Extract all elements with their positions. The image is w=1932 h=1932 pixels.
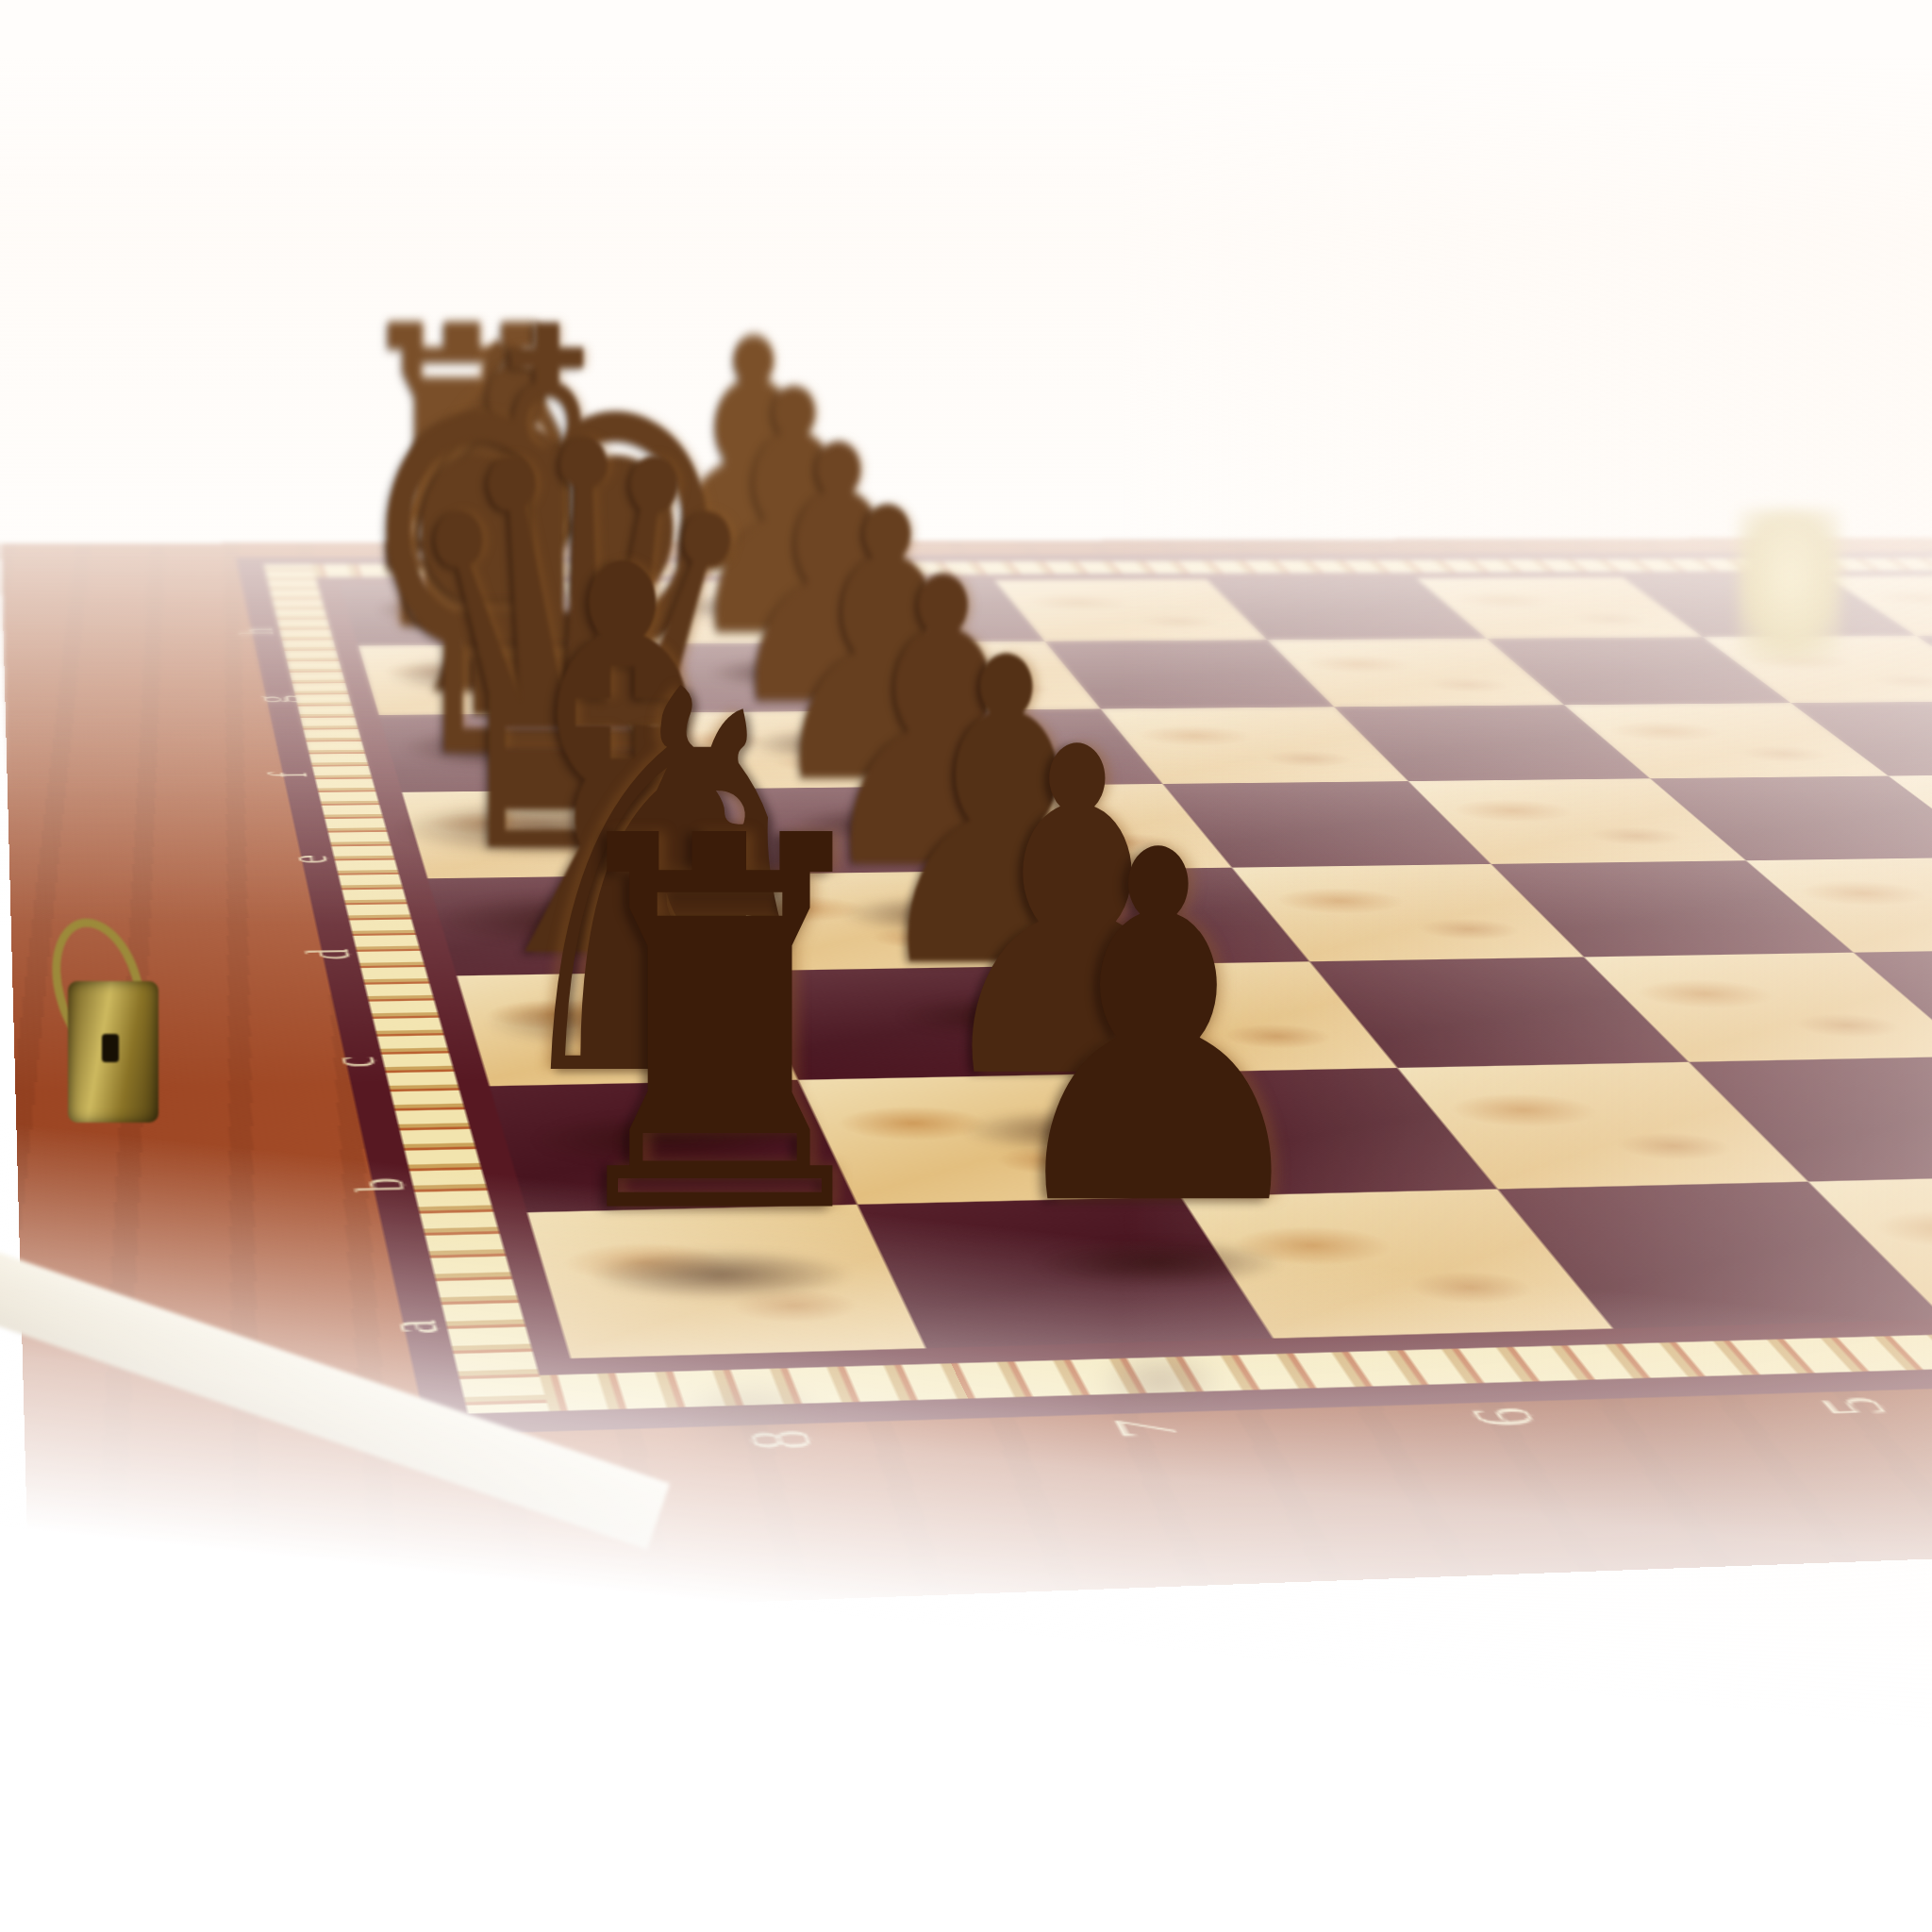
file-label-g: g (232, 683, 312, 715)
file-label-d: d (280, 932, 377, 978)
piece-black-pawn-a7[interactable]: ♟ (990, 790, 1327, 1273)
clasp-keyhole (102, 1034, 119, 1062)
file-label-c: c (301, 1036, 405, 1088)
file-label-f: f (246, 758, 331, 793)
file-label-h: h (219, 617, 295, 646)
chessboard-photo: abcdefgh 8765 ♜♞♝♛♚♝♞♜♟♟♟♟♟♟♟♟ (0, 0, 1932, 1932)
far-brass-clasp (1738, 509, 1841, 660)
file-label-b: b (325, 1156, 437, 1216)
piece-black-rook-a8[interactable]: ♜ (541, 772, 900, 1285)
glyph: ♜ (541, 729, 900, 1327)
file-label-e: e (262, 840, 353, 880)
file-label-a: a (351, 1292, 473, 1362)
glyph: ♟ (990, 749, 1327, 1311)
brass-clasp (53, 923, 175, 1130)
